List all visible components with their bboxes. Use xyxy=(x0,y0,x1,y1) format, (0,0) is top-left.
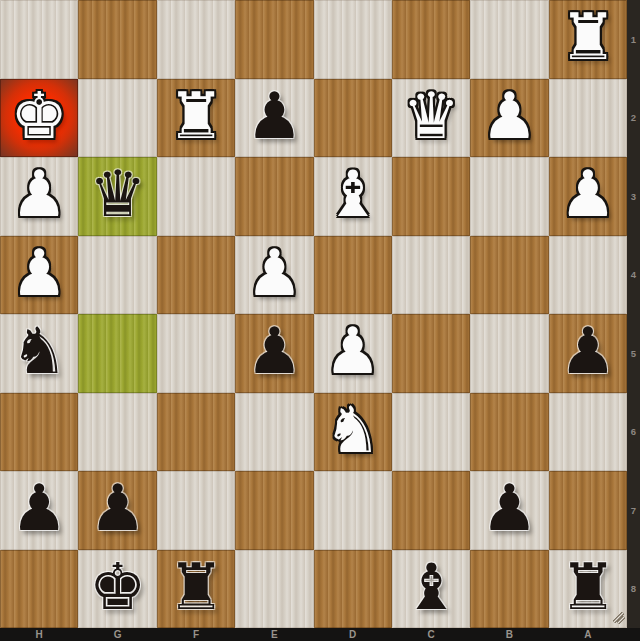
white-bishop[interactable]: ♝ xyxy=(324,162,381,226)
square-b7[interactable]: ♟ xyxy=(470,471,548,550)
rank-label-2: 2 xyxy=(627,79,640,158)
square-a4[interactable] xyxy=(549,236,627,315)
square-b4[interactable] xyxy=(470,236,548,315)
square-b8[interactable] xyxy=(470,550,548,629)
square-h3[interactable]: ♟ xyxy=(0,157,78,236)
square-d8[interactable] xyxy=(314,550,392,629)
square-b2[interactable]: ♟ xyxy=(470,79,548,158)
white-king[interactable]: ♚ xyxy=(11,84,68,148)
square-b3[interactable] xyxy=(470,157,548,236)
square-a2[interactable] xyxy=(549,79,627,158)
square-b6[interactable] xyxy=(470,393,548,472)
file-label-f: F xyxy=(157,628,235,641)
file-label-b: B xyxy=(470,628,548,641)
board-resize-handle-icon[interactable] xyxy=(610,609,626,625)
square-d5[interactable]: ♟ xyxy=(314,314,392,393)
square-f1[interactable] xyxy=(157,0,235,79)
square-b1[interactable] xyxy=(470,0,548,79)
square-a1[interactable]: ♜ xyxy=(549,0,627,79)
square-d3[interactable]: ♝ xyxy=(314,157,392,236)
rank-label-1: 1 xyxy=(627,0,640,79)
square-h8[interactable] xyxy=(0,550,78,629)
square-e2[interactable]: ♟ xyxy=(235,79,313,158)
white-pawn[interactable]: ♟ xyxy=(11,162,68,226)
square-d1[interactable] xyxy=(314,0,392,79)
chess-board: ♜♚♜♟♛♟♟♛♝♟♟♟♞♟♟♟♞♟♟♟♚♜♝♜ 12345678 HGFEDC… xyxy=(0,0,640,641)
file-label-d: D xyxy=(314,628,392,641)
black-pawn[interactable]: ♟ xyxy=(481,476,538,540)
square-f3[interactable] xyxy=(157,157,235,236)
square-c6[interactable] xyxy=(392,393,470,472)
square-f8[interactable]: ♜ xyxy=(157,550,235,629)
square-c3[interactable] xyxy=(392,157,470,236)
white-pawn[interactable]: ♟ xyxy=(11,241,68,305)
black-knight[interactable]: ♞ xyxy=(11,319,68,383)
black-bishop[interactable]: ♝ xyxy=(402,555,459,619)
square-h4[interactable]: ♟ xyxy=(0,236,78,315)
square-g1[interactable] xyxy=(78,0,156,79)
white-pawn[interactable]: ♟ xyxy=(324,319,381,383)
square-a5[interactable]: ♟ xyxy=(549,314,627,393)
square-c7[interactable] xyxy=(392,471,470,550)
black-queen[interactable]: ♛ xyxy=(89,162,146,226)
rank-label-3: 3 xyxy=(627,157,640,236)
square-e5[interactable]: ♟ xyxy=(235,314,313,393)
square-d7[interactable] xyxy=(314,471,392,550)
square-d4[interactable] xyxy=(314,236,392,315)
square-h7[interactable]: ♟ xyxy=(0,471,78,550)
square-c4[interactable] xyxy=(392,236,470,315)
black-pawn[interactable]: ♟ xyxy=(11,476,68,540)
square-c5[interactable] xyxy=(392,314,470,393)
rank-label-7: 7 xyxy=(627,471,640,550)
black-pawn[interactable]: ♟ xyxy=(246,84,303,148)
white-pawn[interactable]: ♟ xyxy=(481,84,538,148)
square-h6[interactable] xyxy=(0,393,78,472)
square-e3[interactable] xyxy=(235,157,313,236)
white-rook[interactable]: ♜ xyxy=(167,84,224,148)
square-g6[interactable] xyxy=(78,393,156,472)
square-d6[interactable]: ♞ xyxy=(314,393,392,472)
white-pawn[interactable]: ♟ xyxy=(246,241,303,305)
rank-label-4: 4 xyxy=(627,236,640,315)
black-rook[interactable]: ♜ xyxy=(167,555,224,619)
square-h1[interactable] xyxy=(0,0,78,79)
rank-coordinate-strip: 12345678 xyxy=(627,0,640,628)
square-c8[interactable]: ♝ xyxy=(392,550,470,629)
rank-label-6: 6 xyxy=(627,393,640,472)
square-g3[interactable]: ♛ xyxy=(78,157,156,236)
rank-label-5: 5 xyxy=(627,314,640,393)
square-c1[interactable] xyxy=(392,0,470,79)
square-g4[interactable] xyxy=(78,236,156,315)
square-g2[interactable] xyxy=(78,79,156,158)
square-a3[interactable]: ♟ xyxy=(549,157,627,236)
square-h2[interactable]: ♚ xyxy=(0,79,78,158)
file-label-e: E xyxy=(235,628,313,641)
square-f6[interactable] xyxy=(157,393,235,472)
square-b5[interactable] xyxy=(470,314,548,393)
black-pawn[interactable]: ♟ xyxy=(559,319,616,383)
square-a6[interactable] xyxy=(549,393,627,472)
square-f5[interactable] xyxy=(157,314,235,393)
white-pawn[interactable]: ♟ xyxy=(559,162,616,226)
file-label-g: G xyxy=(78,628,156,641)
black-rook[interactable]: ♜ xyxy=(559,555,616,619)
file-label-c: C xyxy=(392,628,470,641)
black-pawn[interactable]: ♟ xyxy=(246,319,303,383)
board-squares: ♜♚♜♟♛♟♟♛♝♟♟♟♞♟♟♟♞♟♟♟♚♜♝♜ xyxy=(0,0,627,628)
file-label-h: H xyxy=(0,628,78,641)
square-e4[interactable]: ♟ xyxy=(235,236,313,315)
square-g5[interactable] xyxy=(78,314,156,393)
white-queen[interactable]: ♛ xyxy=(402,84,459,148)
black-king[interactable]: ♚ xyxy=(89,555,146,619)
square-f2[interactable]: ♜ xyxy=(157,79,235,158)
black-pawn[interactable]: ♟ xyxy=(89,476,146,540)
file-coordinate-strip: HGFEDCBA xyxy=(0,628,627,641)
square-e8[interactable] xyxy=(235,550,313,629)
square-e7[interactable] xyxy=(235,471,313,550)
white-knight[interactable]: ♞ xyxy=(324,398,381,462)
square-d2[interactable] xyxy=(314,79,392,158)
square-g8[interactable]: ♚ xyxy=(78,550,156,629)
square-g7[interactable]: ♟ xyxy=(78,471,156,550)
frame-corner xyxy=(627,628,640,641)
square-f4[interactable] xyxy=(157,236,235,315)
square-e1[interactable] xyxy=(235,0,313,79)
white-rook[interactable]: ♜ xyxy=(559,5,616,69)
square-h5[interactable]: ♞ xyxy=(0,314,78,393)
rank-label-8: 8 xyxy=(627,550,640,629)
square-a7[interactable] xyxy=(549,471,627,550)
square-c2[interactable]: ♛ xyxy=(392,79,470,158)
square-e6[interactable] xyxy=(235,393,313,472)
file-label-a: A xyxy=(549,628,627,641)
square-f7[interactable] xyxy=(157,471,235,550)
